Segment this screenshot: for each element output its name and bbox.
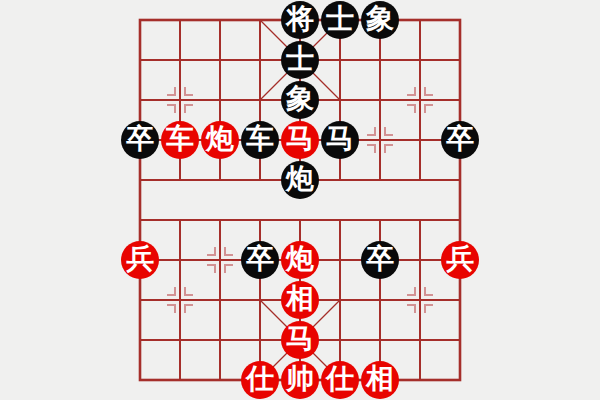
piece-black-chariot[interactable]: 车: [241, 121, 279, 159]
piece-character: 炮: [286, 165, 314, 193]
piece-red-advisor[interactable]: 仕: [321, 361, 359, 399]
piece-black-cannon[interactable]: 炮: [281, 161, 319, 199]
piece-character: 仕: [246, 365, 274, 393]
piece-black-soldier[interactable]: 卒: [241, 241, 279, 279]
piece-black-soldier[interactable]: 卒: [361, 241, 399, 279]
piece-character: 卒: [446, 125, 474, 153]
piece-red-advisor[interactable]: 仕: [241, 361, 279, 399]
piece-red-cannon[interactable]: 炮: [281, 241, 319, 279]
piece-character: 车: [166, 125, 194, 153]
piece-black-soldier[interactable]: 卒: [121, 121, 159, 159]
piece-character: 马: [286, 325, 314, 353]
piece-red-general[interactable]: 帅: [281, 361, 319, 399]
piece-red-horse[interactable]: 马: [281, 121, 319, 159]
piece-black-advisor[interactable]: 士: [321, 1, 359, 39]
piece-character: 相: [366, 365, 394, 393]
piece-character: 将: [286, 5, 314, 33]
piece-red-cannon[interactable]: 炮: [201, 121, 239, 159]
piece-black-advisor[interactable]: 士: [281, 41, 319, 79]
xiangqi-board: 将士象士象卒车炮车马马卒炮兵卒炮卒兵相马仕帅仕相: [0, 0, 600, 400]
piece-character: 卒: [126, 125, 154, 153]
piece-red-elephant[interactable]: 相: [281, 281, 319, 319]
piece-character: 兵: [126, 245, 154, 273]
piece-character: 车: [246, 125, 274, 153]
piece-black-elephant[interactable]: 象: [281, 81, 319, 119]
piece-black-soldier[interactable]: 卒: [441, 121, 479, 159]
piece-red-elephant[interactable]: 相: [361, 361, 399, 399]
piece-character: 士: [286, 45, 314, 73]
piece-black-horse[interactable]: 马: [321, 121, 359, 159]
piece-character: 炮: [286, 245, 314, 273]
piece-character: 卒: [366, 245, 394, 273]
piece-character: 卒: [246, 245, 274, 273]
piece-red-soldier[interactable]: 兵: [121, 241, 159, 279]
piece-character: 炮: [206, 125, 234, 153]
piece-character: 象: [366, 5, 394, 33]
piece-character: 马: [286, 125, 314, 153]
piece-character: 士: [326, 5, 354, 33]
piece-black-general[interactable]: 将: [281, 1, 319, 39]
piece-character: 仕: [326, 365, 354, 393]
piece-character: 象: [286, 85, 314, 113]
piece-red-horse[interactable]: 马: [281, 321, 319, 359]
piece-black-elephant[interactable]: 象: [361, 1, 399, 39]
piece-red-chariot[interactable]: 车: [161, 121, 199, 159]
piece-character: 帅: [286, 365, 314, 393]
piece-red-soldier[interactable]: 兵: [441, 241, 479, 279]
piece-character: 兵: [446, 245, 474, 273]
piece-character: 相: [286, 285, 314, 313]
piece-character: 马: [326, 125, 354, 153]
